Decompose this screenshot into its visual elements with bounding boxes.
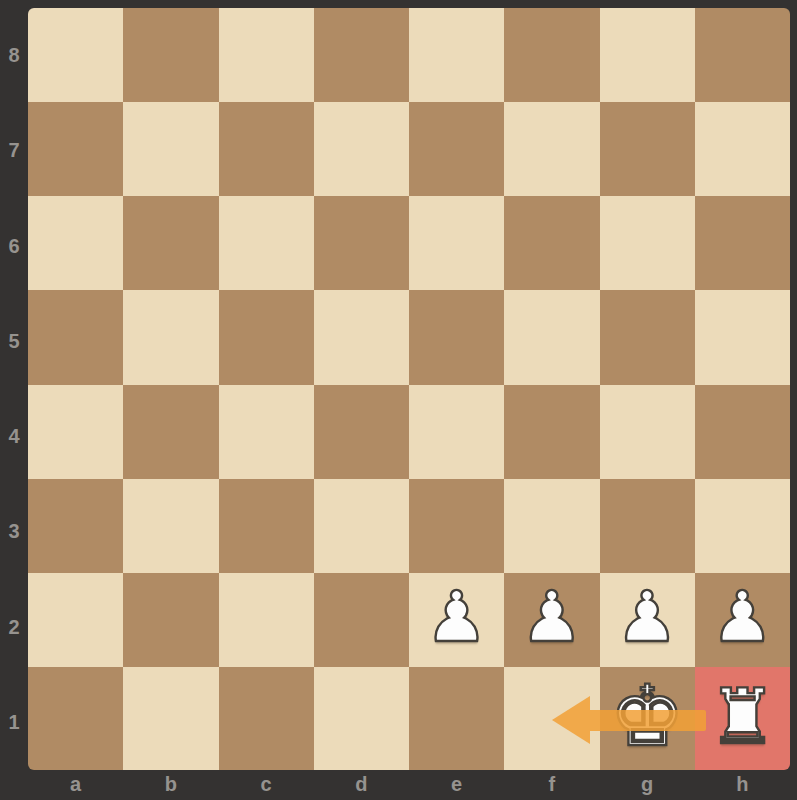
file-label-b: b	[123, 768, 218, 800]
square-a1[interactable]	[28, 667, 123, 770]
file-label-e: e	[409, 768, 504, 800]
square-h5[interactable]	[695, 290, 790, 384]
square-a8[interactable]	[28, 8, 123, 102]
square-h8[interactable]	[695, 8, 790, 102]
square-a5[interactable]	[28, 290, 123, 384]
rank-label-2: 2	[0, 580, 28, 675]
square-g1[interactable]: ♚	[600, 667, 695, 770]
square-e4[interactable]	[409, 385, 504, 479]
file-label-g: g	[600, 768, 695, 800]
square-b7[interactable]	[123, 102, 218, 196]
square-f7[interactable]	[504, 102, 599, 196]
rank-label-7: 7	[0, 103, 28, 198]
rank-label-6: 6	[0, 199, 28, 294]
square-f1[interactable]	[504, 667, 599, 770]
square-a3[interactable]	[28, 479, 123, 573]
white-pawn-g2[interactable]: ♟	[600, 573, 695, 667]
square-b3[interactable]	[123, 479, 218, 573]
square-c6[interactable]	[219, 196, 314, 290]
square-a7[interactable]	[28, 102, 123, 196]
square-b8[interactable]	[123, 8, 218, 102]
square-d6[interactable]	[314, 196, 409, 290]
square-c8[interactable]	[219, 8, 314, 102]
rank-label-1: 1	[0, 675, 28, 770]
file-label-h: h	[695, 768, 790, 800]
square-h3[interactable]	[695, 479, 790, 573]
square-f8[interactable]	[504, 8, 599, 102]
square-f6[interactable]	[504, 196, 599, 290]
square-e3[interactable]	[409, 479, 504, 573]
square-b4[interactable]	[123, 385, 218, 479]
square-e5[interactable]	[409, 290, 504, 384]
square-g7[interactable]	[600, 102, 695, 196]
square-e7[interactable]	[409, 102, 504, 196]
square-f2[interactable]: ♟	[504, 573, 599, 667]
square-d7[interactable]	[314, 102, 409, 196]
rank-label-5: 5	[0, 294, 28, 389]
rank-label-8: 8	[0, 8, 28, 103]
square-d5[interactable]	[314, 290, 409, 384]
file-labels: abcdefgh	[28, 768, 790, 800]
square-g5[interactable]	[600, 290, 695, 384]
white-pawn-f2[interactable]: ♟	[504, 573, 599, 667]
square-e1[interactable]	[409, 667, 504, 770]
file-label-a: a	[28, 768, 123, 800]
square-f5[interactable]	[504, 290, 599, 384]
square-b2[interactable]	[123, 573, 218, 667]
square-c7[interactable]	[219, 102, 314, 196]
square-g4[interactable]	[600, 385, 695, 479]
square-h6[interactable]	[695, 196, 790, 290]
square-f3[interactable]	[504, 479, 599, 573]
square-d3[interactable]	[314, 479, 409, 573]
square-d1[interactable]	[314, 667, 409, 770]
square-c4[interactable]	[219, 385, 314, 479]
rank-label-4: 4	[0, 389, 28, 484]
square-e8[interactable]	[409, 8, 504, 102]
rank-label-3: 3	[0, 484, 28, 579]
square-c3[interactable]	[219, 479, 314, 573]
square-a2[interactable]	[28, 573, 123, 667]
square-g6[interactable]	[600, 196, 695, 290]
square-e2[interactable]: ♟	[409, 573, 504, 667]
white-rook-h1[interactable]: ♜	[695, 667, 790, 770]
square-d4[interactable]	[314, 385, 409, 479]
file-label-d: d	[314, 768, 409, 800]
square-a4[interactable]	[28, 385, 123, 479]
square-b6[interactable]	[123, 196, 218, 290]
rank-labels: 87654321	[0, 8, 28, 770]
file-label-f: f	[504, 768, 599, 800]
square-g3[interactable]	[600, 479, 695, 573]
square-h4[interactable]	[695, 385, 790, 479]
square-f4[interactable]	[504, 385, 599, 479]
square-h7[interactable]	[695, 102, 790, 196]
square-b5[interactable]	[123, 290, 218, 384]
square-c5[interactable]	[219, 290, 314, 384]
square-h1[interactable]: ♜	[695, 667, 790, 770]
white-king-g1[interactable]: ♚	[600, 667, 695, 770]
square-h2[interactable]: ♟	[695, 573, 790, 667]
file-label-c: c	[219, 768, 314, 800]
square-d2[interactable]	[314, 573, 409, 667]
square-c1[interactable]	[219, 667, 314, 770]
square-g8[interactable]	[600, 8, 695, 102]
square-a6[interactable]	[28, 196, 123, 290]
square-e6[interactable]	[409, 196, 504, 290]
square-b1[interactable]	[123, 667, 218, 770]
square-d8[interactable]	[314, 8, 409, 102]
white-pawn-e2[interactable]: ♟	[409, 573, 504, 667]
chess-board: ♟♟♟♟♚♜	[28, 8, 790, 770]
white-pawn-h2[interactable]: ♟	[695, 573, 790, 667]
square-c2[interactable]	[219, 573, 314, 667]
square-g2[interactable]: ♟	[600, 573, 695, 667]
